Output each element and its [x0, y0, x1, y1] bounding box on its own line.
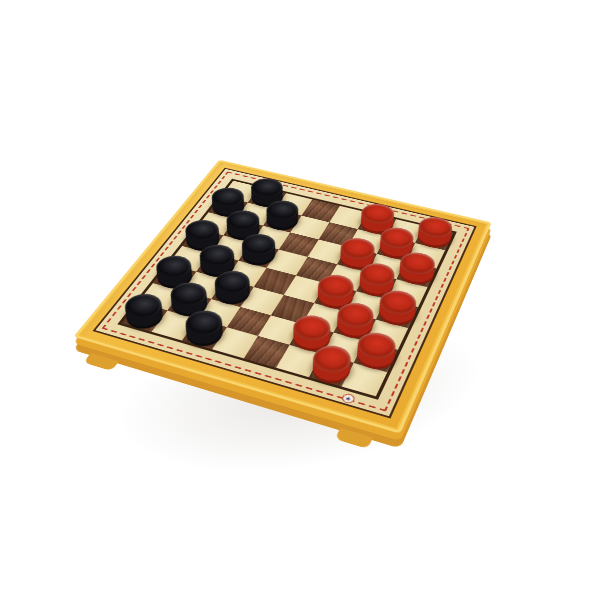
square-h6[interactable]: [397, 261, 437, 287]
red-checker-h6[interactable]: [395, 260, 437, 288]
red-checker-h4[interactable]: [375, 298, 419, 329]
square-c7[interactable]: [263, 209, 302, 232]
square-h8[interactable]: [415, 226, 453, 250]
photo-canvas: ★: [0, 0, 600, 600]
